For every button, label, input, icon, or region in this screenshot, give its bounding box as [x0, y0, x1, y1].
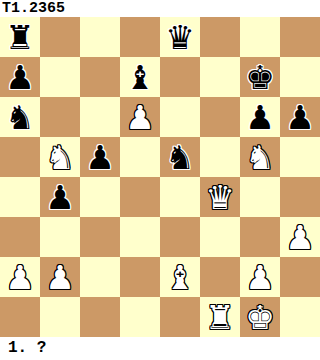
- square-e4[interactable]: [160, 177, 200, 217]
- white-bishop[interactable]: ♝: [165, 261, 195, 294]
- square-b2[interactable]: ♟: [40, 257, 80, 297]
- square-b3[interactable]: [40, 217, 80, 257]
- black-pawn[interactable]: ♟: [285, 101, 315, 134]
- white-king[interactable]: ♚: [245, 301, 275, 334]
- black-queen[interactable]: ♛: [165, 21, 195, 54]
- black-pawn[interactable]: ♟: [85, 141, 115, 174]
- square-f6[interactable]: [200, 97, 240, 137]
- white-pawn[interactable]: ♟: [45, 261, 75, 294]
- square-g4[interactable]: [240, 177, 280, 217]
- square-a3[interactable]: [0, 217, 40, 257]
- square-d8[interactable]: [120, 17, 160, 57]
- puzzle-id: T1.2365: [0, 0, 320, 17]
- square-g5[interactable]: ♞: [240, 137, 280, 177]
- square-a6[interactable]: ♞: [0, 97, 40, 137]
- black-pawn[interactable]: ♟: [45, 181, 75, 214]
- white-knight[interactable]: ♞: [45, 141, 75, 174]
- square-e3[interactable]: [160, 217, 200, 257]
- square-f1[interactable]: ♜: [200, 297, 240, 337]
- square-a1[interactable]: [0, 297, 40, 337]
- square-c8[interactable]: [80, 17, 120, 57]
- square-f3[interactable]: [200, 217, 240, 257]
- square-f2[interactable]: [200, 257, 240, 297]
- square-h5[interactable]: [280, 137, 320, 177]
- black-knight[interactable]: ♞: [5, 101, 35, 134]
- white-rook[interactable]: ♜: [205, 301, 235, 334]
- black-pawn[interactable]: ♟: [5, 61, 35, 94]
- white-knight[interactable]: ♞: [245, 141, 275, 174]
- white-pawn[interactable]: ♟: [125, 101, 155, 134]
- square-e2[interactable]: ♝: [160, 257, 200, 297]
- square-h8[interactable]: [280, 17, 320, 57]
- square-f7[interactable]: [200, 57, 240, 97]
- square-e8[interactable]: ♛: [160, 17, 200, 57]
- square-b1[interactable]: [40, 297, 80, 337]
- square-b4[interactable]: ♟: [40, 177, 80, 217]
- square-g7[interactable]: ♚: [240, 57, 280, 97]
- square-g2[interactable]: ♟: [240, 257, 280, 297]
- square-f5[interactable]: [200, 137, 240, 177]
- square-e1[interactable]: [160, 297, 200, 337]
- black-pawn[interactable]: ♟: [245, 101, 275, 134]
- square-g3[interactable]: [240, 217, 280, 257]
- square-f8[interactable]: [200, 17, 240, 57]
- square-h7[interactable]: [280, 57, 320, 97]
- square-c2[interactable]: [80, 257, 120, 297]
- square-d6[interactable]: ♟: [120, 97, 160, 137]
- square-d5[interactable]: [120, 137, 160, 177]
- square-c1[interactable]: [80, 297, 120, 337]
- square-c7[interactable]: [80, 57, 120, 97]
- white-pawn[interactable]: ♟: [245, 261, 275, 294]
- white-queen[interactable]: ♛: [205, 181, 235, 214]
- black-knight[interactable]: ♞: [165, 141, 195, 174]
- square-d4[interactable]: [120, 177, 160, 217]
- black-king[interactable]: ♚: [245, 61, 275, 94]
- square-a7[interactable]: ♟: [0, 57, 40, 97]
- black-rook[interactable]: ♜: [5, 21, 35, 54]
- square-h3[interactable]: ♟: [280, 217, 320, 257]
- square-e6[interactable]: [160, 97, 200, 137]
- square-a2[interactable]: ♟: [0, 257, 40, 297]
- white-pawn[interactable]: ♟: [285, 221, 315, 254]
- square-b5[interactable]: ♞: [40, 137, 80, 177]
- square-f4[interactable]: ♛: [200, 177, 240, 217]
- square-e5[interactable]: ♞: [160, 137, 200, 177]
- square-d7[interactable]: ♝: [120, 57, 160, 97]
- white-pawn[interactable]: ♟: [5, 261, 35, 294]
- square-c5[interactable]: ♟: [80, 137, 120, 177]
- move-prompt: 1. ?: [0, 337, 320, 360]
- square-d2[interactable]: [120, 257, 160, 297]
- chess-board: ♜♛♟♝♚♞♟♟♟♞♟♞♞♟♛♟♟♟♝♟♜♚: [0, 17, 320, 337]
- square-e7[interactable]: [160, 57, 200, 97]
- square-a8[interactable]: ♜: [0, 17, 40, 57]
- square-a4[interactable]: [0, 177, 40, 217]
- square-h1[interactable]: [280, 297, 320, 337]
- square-c6[interactable]: [80, 97, 120, 137]
- square-g1[interactable]: ♚: [240, 297, 280, 337]
- black-bishop[interactable]: ♝: [125, 61, 155, 94]
- square-b8[interactable]: [40, 17, 80, 57]
- square-c3[interactable]: [80, 217, 120, 257]
- square-b6[interactable]: [40, 97, 80, 137]
- square-h6[interactable]: ♟: [280, 97, 320, 137]
- square-h2[interactable]: [280, 257, 320, 297]
- square-a5[interactable]: [0, 137, 40, 177]
- square-g6[interactable]: ♟: [240, 97, 280, 137]
- square-g8[interactable]: [240, 17, 280, 57]
- square-b7[interactable]: [40, 57, 80, 97]
- chess-puzzle-app: T1.2365 ♜♛♟♝♚♞♟♟♟♞♟♞♞♟♛♟♟♟♝♟♜♚ 1. ?: [0, 0, 320, 360]
- square-d3[interactable]: [120, 217, 160, 257]
- square-h4[interactable]: [280, 177, 320, 217]
- square-d1[interactable]: [120, 297, 160, 337]
- square-c4[interactable]: [80, 177, 120, 217]
